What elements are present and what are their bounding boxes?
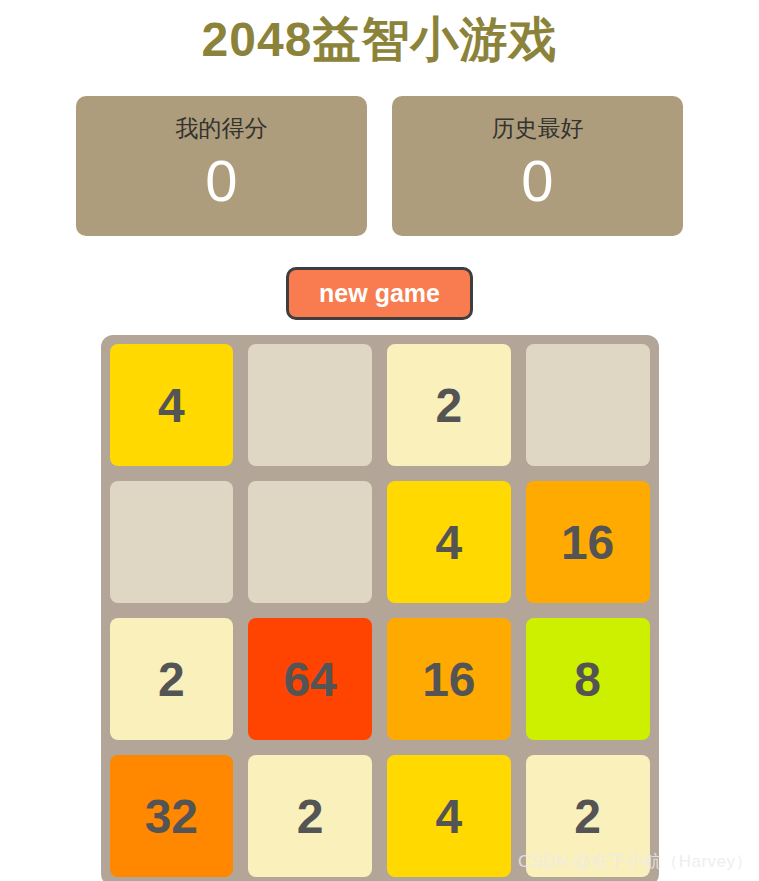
empty-cell bbox=[526, 344, 650, 466]
tile-2: 2 bbox=[526, 755, 650, 877]
score-value-current: 0 bbox=[205, 152, 237, 210]
empty-cell bbox=[248, 344, 372, 466]
score-value-best: 0 bbox=[521, 152, 553, 210]
score-label-best: 历史最好 bbox=[492, 113, 584, 144]
page-title: 2048益智小游戏 bbox=[0, 8, 759, 72]
tile-32: 32 bbox=[110, 755, 234, 877]
score-box-best: 历史最好 0 bbox=[392, 96, 683, 236]
button-row: new game bbox=[0, 267, 759, 320]
empty-cell bbox=[248, 481, 372, 603]
score-label-current: 我的得分 bbox=[176, 113, 268, 144]
scoreboard: 我的得分 0 历史最好 0 bbox=[0, 96, 759, 236]
new-game-button[interactable]: new game bbox=[286, 267, 473, 320]
tile-16: 16 bbox=[526, 481, 650, 603]
tile-2: 2 bbox=[110, 618, 234, 740]
tile-8: 8 bbox=[526, 618, 650, 740]
tile-4: 4 bbox=[387, 481, 511, 603]
tile-2: 2 bbox=[248, 755, 372, 877]
score-box-current: 我的得分 0 bbox=[76, 96, 367, 236]
tile-4: 4 bbox=[387, 755, 511, 877]
tile-16: 16 bbox=[387, 618, 511, 740]
game-board[interactable]: 4241626416832242 bbox=[101, 335, 659, 881]
tile-2: 2 bbox=[387, 344, 511, 466]
empty-cell bbox=[110, 481, 234, 603]
tile-64: 64 bbox=[248, 618, 372, 740]
tile-4: 4 bbox=[110, 344, 234, 466]
